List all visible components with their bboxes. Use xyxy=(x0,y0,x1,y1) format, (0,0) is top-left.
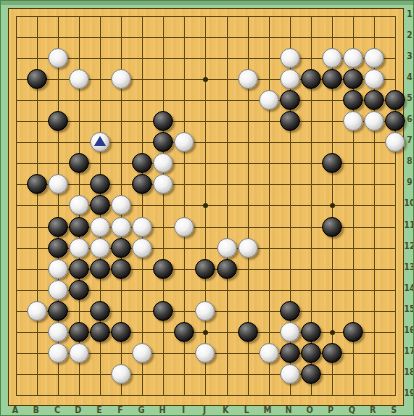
black-stone xyxy=(280,343,300,363)
white-stone xyxy=(48,259,68,279)
white-stone xyxy=(69,343,89,363)
black-stone xyxy=(301,322,321,342)
black-stone xyxy=(90,322,110,342)
white-stone xyxy=(343,111,363,131)
column-label-B: B xyxy=(29,406,43,416)
go-board[interactable] xyxy=(8,8,404,406)
white-stone xyxy=(385,132,405,152)
star-point xyxy=(203,77,208,82)
black-stone xyxy=(343,69,363,89)
white-stone xyxy=(280,69,300,89)
grid-line-horizontal xyxy=(16,374,396,375)
column-label-S: S xyxy=(387,406,401,416)
row-label-5: 5 xyxy=(404,94,414,104)
triangle-mark xyxy=(94,136,106,146)
black-stone xyxy=(385,111,405,131)
column-label-Q: Q xyxy=(345,406,359,416)
row-label-15: 15 xyxy=(404,305,414,315)
go-app-window: ABCDEFGHIJKLMNOPQRS 12345678910111213141… xyxy=(0,0,414,416)
white-stone xyxy=(48,174,68,194)
row-label-9: 9 xyxy=(404,178,414,188)
black-stone xyxy=(153,259,173,279)
black-stone xyxy=(217,259,237,279)
white-stone xyxy=(27,301,47,321)
white-stone xyxy=(132,343,152,363)
row-label-14: 14 xyxy=(404,284,414,294)
white-stone xyxy=(48,280,68,300)
black-stone xyxy=(343,90,363,110)
black-stone xyxy=(69,280,89,300)
column-label-H: H xyxy=(155,406,169,416)
row-label-16: 16 xyxy=(404,326,414,336)
black-stone xyxy=(69,153,89,173)
black-stone xyxy=(27,174,47,194)
row-label-2: 2 xyxy=(404,31,414,41)
star-point xyxy=(203,330,208,335)
column-label-I: I xyxy=(176,406,190,416)
grid-line-vertical xyxy=(395,16,396,396)
white-stone xyxy=(364,48,384,68)
black-stone xyxy=(280,90,300,110)
white-stone xyxy=(238,238,258,258)
black-stone xyxy=(69,259,89,279)
column-label-P: P xyxy=(324,406,338,416)
black-stone xyxy=(69,217,89,237)
row-label-19: 19 xyxy=(404,389,414,399)
black-stone xyxy=(153,132,173,152)
white-stone xyxy=(280,48,300,68)
white-stone xyxy=(280,364,300,384)
white-stone xyxy=(322,48,342,68)
black-stone xyxy=(132,153,152,173)
column-label-D: D xyxy=(71,406,85,416)
white-stone xyxy=(195,343,215,363)
black-stone xyxy=(322,69,342,89)
black-stone xyxy=(48,238,68,258)
column-label-G: G xyxy=(134,406,148,416)
white-stone xyxy=(174,217,194,237)
black-stone xyxy=(48,111,68,131)
black-stone xyxy=(174,322,194,342)
black-stone xyxy=(111,259,131,279)
star-point xyxy=(330,330,335,335)
column-label-C: C xyxy=(50,406,64,416)
column-label-L: L xyxy=(240,406,254,416)
white-stone xyxy=(259,343,279,363)
white-stone xyxy=(238,69,258,89)
black-stone xyxy=(385,90,405,110)
column-label-J: J xyxy=(197,406,211,416)
white-stone xyxy=(174,132,194,152)
column-label-M: M xyxy=(261,406,275,416)
star-point xyxy=(330,203,335,208)
row-label-10: 10 xyxy=(404,199,414,209)
white-stone xyxy=(111,69,131,89)
black-stone xyxy=(301,343,321,363)
white-stone xyxy=(48,322,68,342)
white-stone xyxy=(111,195,131,215)
column-label-O: O xyxy=(303,406,317,416)
white-stone xyxy=(280,322,300,342)
black-stone xyxy=(322,217,342,237)
white-stone xyxy=(153,174,173,194)
column-label-F: F xyxy=(113,406,127,416)
column-label-N: N xyxy=(282,406,296,416)
white-stone xyxy=(195,301,215,321)
column-label-A: A xyxy=(8,406,22,416)
row-label-11: 11 xyxy=(404,221,414,231)
row-label-17: 17 xyxy=(404,347,414,357)
row-label-6: 6 xyxy=(404,115,414,125)
grid-line-vertical xyxy=(227,16,228,396)
white-stone xyxy=(364,111,384,131)
black-stone xyxy=(322,153,342,173)
row-label-8: 8 xyxy=(404,157,414,167)
black-stone xyxy=(280,111,300,131)
row-label-3: 3 xyxy=(404,52,414,62)
black-stone xyxy=(343,322,363,342)
black-stone xyxy=(90,301,110,321)
black-stone xyxy=(90,195,110,215)
column-label-K: K xyxy=(219,406,233,416)
white-stone xyxy=(111,217,131,237)
black-stone xyxy=(238,322,258,342)
black-stone xyxy=(132,174,152,194)
black-stone xyxy=(90,259,110,279)
row-label-13: 13 xyxy=(404,263,414,273)
column-label-R: R xyxy=(366,406,380,416)
black-stone xyxy=(280,301,300,321)
white-stone xyxy=(48,48,68,68)
white-stone xyxy=(364,69,384,89)
black-stone xyxy=(153,111,173,131)
white-stone xyxy=(69,195,89,215)
black-stone xyxy=(153,301,173,321)
black-stone xyxy=(301,364,321,384)
white-stone xyxy=(259,90,279,110)
black-stone xyxy=(48,217,68,237)
white-stone xyxy=(217,238,237,258)
black-stone xyxy=(111,322,131,342)
row-label-4: 4 xyxy=(404,73,414,83)
black-stone xyxy=(301,69,321,89)
white-stone xyxy=(90,238,110,258)
black-stone xyxy=(27,69,47,89)
row-label-7: 7 xyxy=(404,136,414,146)
black-stone xyxy=(195,259,215,279)
black-stone xyxy=(364,90,384,110)
white-stone xyxy=(111,364,131,384)
black-stone xyxy=(69,322,89,342)
white-stone xyxy=(69,238,89,258)
row-label-1: 1 xyxy=(404,10,414,20)
star-point xyxy=(203,203,208,208)
white-stone xyxy=(132,217,152,237)
white-stone xyxy=(90,217,110,237)
white-stone xyxy=(153,153,173,173)
black-stone xyxy=(322,343,342,363)
row-label-18: 18 xyxy=(404,368,414,378)
white-stone xyxy=(132,238,152,258)
row-label-12: 12 xyxy=(404,242,414,252)
black-stone xyxy=(48,301,68,321)
white-stone xyxy=(343,48,363,68)
black-stone xyxy=(111,238,131,258)
black-stone xyxy=(90,174,110,194)
grid-line-vertical xyxy=(269,16,270,396)
grid-line-horizontal xyxy=(16,395,396,396)
white-stone xyxy=(48,343,68,363)
white-stone xyxy=(69,69,89,89)
column-label-E: E xyxy=(92,406,106,416)
